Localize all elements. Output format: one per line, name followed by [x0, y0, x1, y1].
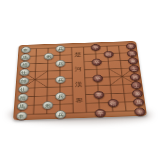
xiangqi-board: 楚河漢界車馬相仕帥仕相馬車炮炮兵兵兵兵兵卒卒卒卒卒砲砲車馬象士將士象馬車	[13, 41, 147, 120]
piece-left-c0-r5[interactable]: 仕	[18, 85, 29, 93]
river-character: 楚	[73, 52, 82, 58]
piece-left-c0-r1[interactable]: 馬	[20, 53, 30, 60]
piece-left-c0-r0[interactable]: 車	[20, 46, 30, 53]
photo-scene: 楚河漢界車馬相仕帥仕相馬車炮炮兵兵兵兵兵卒卒卒卒卒砲砲車馬象士將士象馬車	[0, 0, 160, 160]
river-character: 河	[74, 66, 83, 73]
piece-left-c0-r8[interactable]: 車	[16, 111, 27, 120]
piece-right-c7-r1[interactable]: 砲	[103, 51, 113, 58]
piece-left-c0-r4[interactable]: 帥	[18, 77, 29, 85]
river-character: 界	[74, 97, 84, 105]
river-character: 漢	[74, 81, 84, 88]
